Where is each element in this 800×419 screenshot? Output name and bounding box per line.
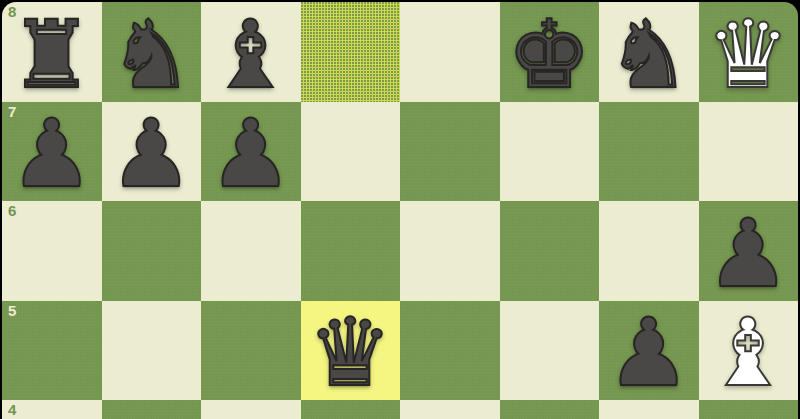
square-c6[interactable] (201, 201, 301, 301)
square-e4[interactable] (400, 400, 500, 419)
square-c5[interactable] (201, 301, 301, 401)
piece-black-bishop[interactable]: ♝ (209, 2, 293, 102)
rank-label-6: 6 (8, 203, 16, 220)
square-c4[interactable] (201, 400, 301, 419)
square-a7[interactable]: 7♟ (2, 102, 102, 202)
square-d4[interactable] (301, 400, 401, 419)
square-b7[interactable]: ♟ (102, 102, 202, 202)
piece-black-pawn[interactable]: ♟ (706, 201, 790, 301)
square-f4[interactable] (500, 400, 600, 419)
square-c7[interactable]: ♟ (201, 102, 301, 202)
square-e8[interactable] (400, 2, 500, 102)
piece-black-knight[interactable]: ♞ (607, 2, 691, 102)
piece-black-queen[interactable]: ♛ (308, 300, 392, 400)
piece-black-king[interactable]: ♚ (507, 2, 591, 102)
square-h7[interactable] (699, 102, 799, 202)
square-d7[interactable] (301, 102, 401, 202)
square-b8[interactable]: ♞ (102, 2, 202, 102)
piece-black-rook[interactable]: ♜ (10, 2, 94, 102)
square-g4[interactable] (599, 400, 699, 419)
square-e6[interactable] (400, 201, 500, 301)
square-a6[interactable]: 6 (2, 201, 102, 301)
square-f8[interactable]: ♚ (500, 2, 600, 102)
piece-white-queen[interactable]: ♛ (706, 2, 790, 102)
square-b4[interactable] (102, 400, 202, 419)
square-f6[interactable] (500, 201, 600, 301)
square-h6[interactable]: ♟ (699, 201, 799, 301)
piece-black-knight[interactable]: ♞ (109, 2, 193, 102)
piece-black-pawn[interactable]: ♟ (109, 101, 193, 201)
square-e7[interactable] (400, 102, 500, 202)
square-a4[interactable]: 4 (2, 400, 102, 419)
square-g5[interactable]: ♟ (599, 301, 699, 401)
square-f5[interactable] (500, 301, 600, 401)
square-b5[interactable] (102, 301, 202, 401)
rank-label-5: 5 (8, 303, 16, 320)
square-f7[interactable] (500, 102, 600, 202)
square-h8[interactable]: ♛ (699, 2, 799, 102)
square-g8[interactable]: ♞ (599, 2, 699, 102)
piece-white-bishop[interactable]: ♝ (706, 300, 790, 400)
chess-board[interactable]: 8♜♞♝♚♞♛7♟♟♟6♟5♛♟♝4 (2, 2, 798, 419)
square-h5[interactable]: ♝ (699, 301, 799, 401)
chessboard-screenshot-stage: 8♜♞♝♚♞♛7♟♟♟6♟5♛♟♝4 (0, 0, 800, 419)
square-d5[interactable]: ♛ (301, 301, 401, 401)
square-a8[interactable]: 8♜ (2, 2, 102, 102)
square-b6[interactable] (102, 201, 202, 301)
square-g7[interactable] (599, 102, 699, 202)
piece-black-pawn[interactable]: ♟ (607, 300, 691, 400)
square-e5[interactable] (400, 301, 500, 401)
square-c8[interactable]: ♝ (201, 2, 301, 102)
square-g6[interactable] (599, 201, 699, 301)
square-d8[interactable] (301, 2, 401, 102)
piece-black-pawn[interactable]: ♟ (209, 101, 293, 201)
square-d6[interactable] (301, 201, 401, 301)
square-a5[interactable]: 5 (2, 301, 102, 401)
square-h4[interactable] (699, 400, 799, 419)
piece-black-pawn[interactable]: ♟ (10, 101, 94, 201)
rank-label-4: 4 (8, 402, 16, 419)
